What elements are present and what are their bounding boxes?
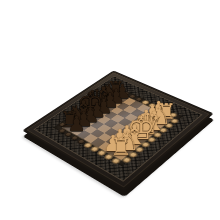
chess-grid xyxy=(63,92,173,160)
inner-well xyxy=(53,86,183,167)
board-3d xyxy=(22,71,214,192)
board-tilt-wrapper xyxy=(0,0,220,220)
scene: ♜♞♝♛♚♝♞♜♟♟♟♟♟♟♟♟♟♟♟♟♟♟♟♟♜♞♝♛♚♝♞♜ xyxy=(0,0,220,220)
lattice-border xyxy=(33,76,202,182)
board-frame xyxy=(22,71,214,192)
edge-disc-light xyxy=(121,156,132,163)
